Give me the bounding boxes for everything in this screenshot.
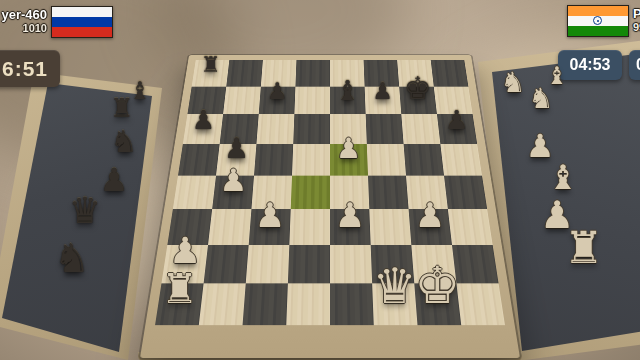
white-queen[interactable]: ♛ — [372, 262, 416, 311]
black-rook: ♜ — [110, 95, 133, 121]
white-pawn[interactable]: ♟ — [220, 165, 248, 196]
square-g5[interactable] — [404, 144, 444, 176]
black-bishop[interactable]: ♝ — [335, 77, 359, 104]
square-b8[interactable] — [226, 60, 263, 86]
square-g6[interactable] — [401, 114, 440, 144]
black-pawn[interactable]: ♟ — [192, 106, 215, 132]
white-rook[interactable]: ♜ — [161, 269, 198, 310]
square-f3[interactable] — [369, 209, 411, 245]
black-player-rating: 996 — [633, 21, 640, 33]
india-flag-icon — [567, 5, 629, 37]
square-a4[interactable] — [173, 175, 216, 209]
white-pawn[interactable]: ♟ — [255, 197, 285, 231]
black-knight: ♞ — [111, 127, 138, 157]
square-a5[interactable] — [178, 144, 220, 176]
black-queen: ♛ — [69, 193, 101, 229]
square-d1[interactable] — [286, 284, 330, 326]
square-b2[interactable] — [204, 245, 249, 284]
player-panel-white: yer-460 1010 — [1, 6, 113, 38]
square-h1[interactable] — [456, 284, 505, 326]
square-h8[interactable] — [431, 60, 469, 86]
square-c5[interactable] — [254, 144, 293, 176]
square-d4[interactable] — [291, 175, 330, 209]
square-d6[interactable] — [293, 114, 330, 144]
square-f5[interactable] — [367, 144, 406, 176]
white-king[interactable]: ♚ — [414, 260, 460, 311]
black-pawn[interactable]: ♟ — [372, 80, 393, 103]
square-d8[interactable] — [295, 60, 330, 86]
square-h4[interactable] — [444, 175, 487, 209]
white-clock: 6:51 — [0, 50, 60, 87]
game-screen: ♜♟♝♟♚♟♟♟♟♟♟♟♟♟♜♛♚♝♜♞♟♛♞♞♝♞♟♝♟♜ yer-460 1… — [0, 0, 640, 360]
black-extra-clock: 0 — [629, 50, 640, 80]
square-f6[interactable] — [366, 114, 404, 144]
white-knight: ♞ — [500, 69, 525, 97]
black-pawn: ♟ — [100, 164, 129, 196]
square-d7[interactable] — [294, 86, 330, 114]
square-f4[interactable] — [368, 175, 409, 209]
black-player-name: Pla — [633, 7, 640, 21]
square-h3[interactable] — [448, 209, 493, 245]
white-player-rating: 1010 — [23, 22, 47, 34]
black-pawn[interactable]: ♟ — [224, 135, 249, 163]
black-pawn[interactable]: ♟ — [445, 106, 468, 132]
white-pawn[interactable]: ♟ — [415, 197, 445, 231]
square-e2[interactable] — [330, 245, 372, 284]
player-panel-black: Pla 996 — [567, 5, 640, 37]
square-b1[interactable] — [199, 284, 246, 326]
white-knight: ♞ — [528, 85, 553, 113]
black-king[interactable]: ♚ — [404, 73, 432, 104]
ashoka-chakra-icon — [593, 16, 602, 25]
russia-flag-icon — [51, 6, 113, 38]
white-rook: ♜ — [564, 226, 603, 270]
white-bishop: ♝ — [548, 160, 578, 194]
square-c6[interactable] — [256, 114, 294, 144]
black-pawn[interactable]: ♟ — [267, 80, 288, 103]
square-d3[interactable] — [289, 209, 330, 245]
square-h5[interactable] — [440, 144, 482, 176]
square-d2[interactable] — [288, 245, 330, 284]
white-pawn[interactable]: ♟ — [335, 197, 365, 231]
white-player-name: yer-460 — [1, 8, 47, 22]
square-c2[interactable] — [246, 245, 290, 284]
white-pawn[interactable]: ♟ — [169, 233, 201, 269]
square-e1[interactable] — [330, 284, 374, 326]
white-pawn[interactable]: ♟ — [336, 135, 361, 163]
square-b3[interactable] — [208, 209, 251, 245]
square-b7[interactable] — [223, 86, 261, 114]
black-rook[interactable]: ♜ — [201, 54, 221, 76]
black-knight: ♞ — [54, 238, 90, 278]
square-c1[interactable] — [243, 284, 288, 326]
square-d5[interactable] — [292, 144, 330, 176]
